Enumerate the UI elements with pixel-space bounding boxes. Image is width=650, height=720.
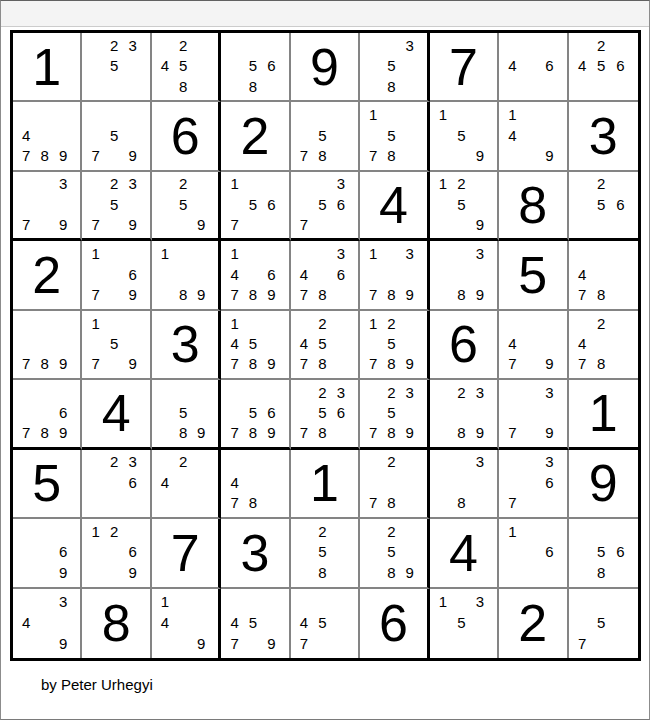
- candidate-digit: 2: [105, 174, 123, 194]
- cell-r9c5[interactable]: 457: [291, 589, 360, 658]
- candidate-digit: 9: [540, 423, 558, 443]
- cell-r3c1[interactable]: 379: [13, 172, 82, 241]
- candidate-digit: 2: [174, 452, 192, 472]
- candidate-digit: 9: [54, 145, 72, 165]
- cell-r2c6[interactable]: 1578: [360, 102, 429, 171]
- candidate-digit: 6: [54, 542, 72, 562]
- cell-r4c6[interactable]: 13789: [360, 241, 429, 310]
- given-digit: 1: [291, 450, 358, 517]
- cell-r1c9[interactable]: 2456: [569, 33, 638, 102]
- cell-r1c1[interactable]: 1: [13, 33, 82, 102]
- candidate-digit: 5: [244, 612, 262, 633]
- candidate-digit: 7: [295, 284, 313, 304]
- cell-r9c1[interactable]: 349: [13, 589, 82, 658]
- cell-r9c6[interactable]: 6: [360, 589, 429, 658]
- cell-r5c9[interactable]: 2478: [569, 311, 638, 380]
- cell-r5c5[interactable]: 24578: [291, 311, 360, 380]
- pencil-marks: 278: [360, 450, 426, 517]
- cell-r3c9[interactable]: 256: [569, 172, 638, 241]
- given-digit: 4: [82, 380, 149, 446]
- cell-r9c4[interactable]: 4579: [221, 589, 290, 658]
- pencil-marks: 1269: [82, 519, 149, 586]
- candidate-digit: 5: [382, 55, 400, 75]
- cell-r7c7[interactable]: 38: [430, 450, 499, 519]
- candidate-digit: 9: [54, 562, 72, 582]
- candidate-digit: 7: [503, 354, 521, 374]
- pencil-marks: 379: [499, 380, 566, 446]
- cell-r8c9[interactable]: 568: [569, 519, 638, 588]
- pencil-marks: 568: [569, 519, 638, 586]
- candidate-digit: 5: [313, 125, 331, 145]
- candidate-digit: 5: [244, 402, 262, 422]
- candidate-digit: 8: [174, 423, 192, 443]
- candidate-digit: 3: [471, 382, 489, 402]
- pencil-marks: 235: [82, 33, 149, 100]
- candidate-digit: 9: [54, 423, 72, 443]
- candidate-digit: 4: [156, 55, 174, 75]
- candidate-digit: 6: [332, 264, 350, 284]
- pencil-marks: 6789: [13, 380, 80, 446]
- pencil-marks: 579: [82, 102, 149, 169]
- cell-r5c6[interactable]: 125789: [360, 311, 429, 380]
- pencil-marks: 479: [499, 311, 566, 378]
- pencil-marks: 149: [152, 589, 218, 658]
- cell-r4c4[interactable]: 146789: [221, 241, 290, 310]
- cell-r3c6[interactable]: 4: [360, 172, 429, 241]
- candidate-digit: 3: [540, 452, 558, 472]
- candidate-digit: 3: [332, 243, 350, 263]
- candidate-digit: 5: [313, 402, 331, 422]
- pencil-marks: 2589: [360, 519, 426, 586]
- candidate-digit: 5: [244, 194, 262, 214]
- pencil-marks: 145789: [221, 311, 288, 378]
- cell-r6c1[interactable]: 6789: [13, 380, 82, 449]
- candidate-digit: 9: [471, 145, 489, 165]
- candidate-digit: 2: [174, 35, 192, 55]
- candidate-digit: 1: [364, 313, 382, 333]
- given-digit: 7: [430, 33, 497, 100]
- pencil-marks: 457: [291, 589, 358, 658]
- candidate-digit: 5: [174, 55, 192, 75]
- candidate-digit: 6: [540, 472, 558, 492]
- cell-r2c8[interactable]: 149: [499, 102, 568, 171]
- cell-r7c2[interactable]: 236: [82, 450, 151, 519]
- candidate-digit: 7: [17, 423, 35, 443]
- candidate-digit: 7: [364, 284, 382, 304]
- given-digit: 4: [430, 519, 497, 586]
- cell-r3c5[interactable]: 3567: [291, 172, 360, 241]
- cell-r4c7[interactable]: 389: [430, 241, 499, 310]
- given-digit: 5: [499, 241, 566, 308]
- candidate-digit: 3: [401, 35, 419, 55]
- pencil-marks: 236: [82, 450, 149, 517]
- candidate-digit: 6: [332, 194, 350, 214]
- candidate-digit: 6: [262, 264, 280, 284]
- pencil-marks: 1567: [221, 172, 288, 238]
- cell-r1c7[interactable]: 7: [430, 33, 499, 102]
- candidate-digit: 2: [313, 521, 331, 541]
- candidate-digit: 8: [174, 284, 192, 304]
- candidate-digit: 6: [611, 55, 630, 75]
- candidate-digit: 8: [592, 354, 611, 374]
- candidate-digit: 7: [225, 493, 243, 513]
- candidate-digit: 5: [105, 194, 123, 214]
- candidate-digit: 9: [401, 562, 419, 582]
- cell-r6c2[interactable]: 4: [82, 380, 151, 449]
- candidate-digit: 1: [503, 104, 521, 124]
- cell-r5c8[interactable]: 479: [499, 311, 568, 380]
- cell-r4c9[interactable]: 478: [569, 241, 638, 310]
- candidate-digit: 4: [295, 612, 313, 633]
- candidate-digit: 4: [225, 612, 243, 633]
- candidate-digit: 9: [54, 354, 72, 374]
- candidate-digit: 8: [382, 145, 400, 165]
- candidate-digit: 9: [401, 284, 419, 304]
- candidate-digit: 1: [434, 174, 452, 194]
- pencil-marks: 3567: [291, 172, 358, 238]
- candidate-digit: 5: [313, 333, 331, 353]
- candidate-digit: 7: [86, 145, 104, 165]
- cell-r4c1[interactable]: 2: [13, 241, 82, 310]
- candidate-digit: 2: [382, 313, 400, 333]
- candidate-digit: 6: [123, 542, 141, 562]
- candidate-digit: 7: [573, 633, 592, 654]
- candidate-digit: 7: [17, 354, 35, 374]
- cell-r9c7[interactable]: 135: [430, 589, 499, 658]
- cell-r9c2[interactable]: 8: [82, 589, 151, 658]
- candidate-digit: 8: [244, 76, 262, 96]
- pencil-marks: 57: [569, 589, 638, 658]
- candidate-digit: 4: [573, 333, 592, 353]
- candidate-digit: 3: [332, 174, 350, 194]
- candidate-digit: 4: [295, 333, 313, 353]
- candidate-digit: 2: [452, 174, 470, 194]
- cell-r5c3[interactable]: 3: [152, 311, 221, 380]
- candidate-digit: 5: [382, 333, 400, 353]
- candidate-digit: 9: [192, 633, 210, 654]
- cell-r2c7[interactable]: 159: [430, 102, 499, 171]
- candidate-digit: 2: [382, 452, 400, 472]
- candidate-digit: 7: [225, 423, 243, 443]
- candidate-digit: 7: [86, 214, 104, 234]
- cell-r5c1[interactable]: 789: [13, 311, 82, 380]
- cell-r4c2[interactable]: 1679: [82, 241, 151, 310]
- candidate-digit: 4: [573, 55, 592, 75]
- candidate-digit: 9: [192, 423, 210, 443]
- candidate-digit: 7: [295, 354, 313, 374]
- cell-r3c7[interactable]: 1259: [430, 172, 499, 241]
- candidate-digit: 1: [156, 243, 174, 263]
- cell-r6c6[interactable]: 235789: [360, 380, 429, 449]
- candidate-digit: 9: [540, 354, 558, 374]
- candidate-digit: 7: [364, 354, 382, 374]
- cell-r8c8[interactable]: 16: [499, 519, 568, 588]
- candidate-digit: 7: [364, 145, 382, 165]
- cell-r3c3[interactable]: 259: [152, 172, 221, 241]
- cell-r4c8[interactable]: 5: [499, 241, 568, 310]
- candidate-digit: 7: [225, 633, 243, 654]
- cell-r1c6[interactable]: 358: [360, 33, 429, 102]
- given-digit: 7: [152, 519, 218, 586]
- cell-r5c4[interactable]: 145789: [221, 311, 290, 380]
- candidate-digit: 9: [192, 214, 210, 234]
- candidate-digit: 1: [225, 174, 243, 194]
- window-frame: 1235245856893587462456478957962578157815…: [0, 0, 650, 720]
- cell-r6c9[interactable]: 1: [569, 380, 638, 449]
- cell-r1c2[interactable]: 235: [82, 33, 151, 102]
- candidate-digit: 2: [313, 382, 331, 402]
- cell-r2c4[interactable]: 2: [221, 102, 290, 171]
- candidate-digit: 7: [225, 354, 243, 374]
- cell-r5c2[interactable]: 1579: [82, 311, 151, 380]
- cell-r7c4[interactable]: 478: [221, 450, 290, 519]
- cell-r9c8[interactable]: 2: [499, 589, 568, 658]
- candidate-digit: 9: [471, 423, 489, 443]
- title-bar: [1, 1, 649, 27]
- candidate-digit: 9: [262, 354, 280, 374]
- given-digit: 3: [221, 519, 288, 586]
- cell-r1c8[interactable]: 46: [499, 33, 568, 102]
- cell-r4c5[interactable]: 34678: [291, 241, 360, 310]
- candidate-digit: 3: [123, 35, 141, 55]
- pencil-marks: 1578: [360, 102, 426, 169]
- candidate-digit: 3: [332, 382, 350, 402]
- candidate-digit: 4: [225, 472, 243, 492]
- cell-r1c4[interactable]: 568: [221, 33, 290, 102]
- cell-r8c5[interactable]: 258: [291, 519, 360, 588]
- candidate-digit: 6: [262, 402, 280, 422]
- pencil-marks: 1259: [430, 172, 497, 238]
- candidate-digit: 9: [123, 284, 141, 304]
- candidate-digit: 2: [105, 521, 123, 541]
- candidate-digit: 2: [592, 174, 611, 194]
- candidate-digit: 6: [262, 194, 280, 214]
- candidate-digit: 1: [434, 591, 452, 612]
- cell-r2c3[interactable]: 6: [152, 102, 221, 171]
- candidate-digit: 6: [540, 542, 558, 562]
- cell-r4c3[interactable]: 189: [152, 241, 221, 310]
- candidate-digit: 4: [295, 264, 313, 284]
- cell-r7c5[interactable]: 1: [291, 450, 360, 519]
- candidate-digit: 7: [364, 423, 382, 443]
- cell-r5c7[interactable]: 6: [430, 311, 499, 380]
- candidate-digit: 4: [17, 125, 35, 145]
- candidate-digit: 8: [382, 423, 400, 443]
- pencil-marks: 568: [221, 33, 288, 100]
- pencil-marks: 34678: [291, 241, 358, 308]
- candidate-digit: 8: [382, 562, 400, 582]
- pencil-marks: 2389: [430, 380, 497, 446]
- candidate-digit: 8: [244, 493, 262, 513]
- candidate-digit: 7: [503, 423, 521, 443]
- candidate-digit: 4: [503, 55, 521, 75]
- cell-r2c1[interactable]: 4789: [13, 102, 82, 171]
- pencil-marks: 578: [291, 102, 358, 169]
- candidate-digit: 2: [592, 35, 611, 55]
- candidate-digit: 3: [471, 452, 489, 472]
- candidate-digit: 8: [382, 284, 400, 304]
- candidate-digit: 1: [364, 104, 382, 124]
- candidate-digit: 2: [174, 174, 192, 194]
- candidate-digit: 9: [54, 633, 72, 654]
- candidate-digit: 9: [54, 214, 72, 234]
- pencil-marks: 23579: [82, 172, 149, 238]
- given-digit: 8: [499, 172, 566, 238]
- pencil-marks: 1579: [82, 311, 149, 378]
- cell-r3c4[interactable]: 1567: [221, 172, 290, 241]
- candidate-digit: 3: [471, 243, 489, 263]
- candidate-digit: 5: [174, 194, 192, 214]
- candidate-digit: 9: [262, 633, 280, 654]
- pencil-marks: 4579: [221, 589, 288, 658]
- candidate-digit: 7: [503, 493, 521, 513]
- cell-r6c7[interactable]: 2389: [430, 380, 499, 449]
- candidate-digit: 2: [452, 382, 470, 402]
- cell-r7c9[interactable]: 9: [569, 450, 638, 519]
- candidate-digit: 8: [35, 354, 53, 374]
- candidate-digit: 9: [123, 562, 141, 582]
- cell-r8c1[interactable]: 69: [13, 519, 82, 588]
- candidate-digit: 1: [225, 313, 243, 333]
- given-digit: 9: [569, 450, 638, 517]
- pencil-marks: 38: [430, 450, 497, 517]
- candidate-digit: 7: [86, 284, 104, 304]
- candidate-digit: 5: [382, 125, 400, 145]
- candidate-digit: 9: [192, 284, 210, 304]
- candidate-digit: 6: [611, 542, 630, 562]
- candidate-digit: 8: [35, 423, 53, 443]
- candidate-digit: 8: [382, 493, 400, 513]
- pencil-marks: 1679: [82, 241, 149, 308]
- pencil-marks: 789: [13, 311, 80, 378]
- candidate-digit: 7: [295, 633, 313, 654]
- given-digit: 6: [430, 311, 497, 378]
- cell-r8c6[interactable]: 2589: [360, 519, 429, 588]
- candidate-digit: 5: [592, 542, 611, 562]
- given-digit: 3: [152, 311, 218, 378]
- candidate-digit: 2: [105, 35, 123, 55]
- cell-r6c3[interactable]: 589: [152, 380, 221, 449]
- pencil-marks: 2458: [152, 33, 218, 100]
- cell-r3c2[interactable]: 23579: [82, 172, 151, 241]
- candidate-digit: 9: [471, 214, 489, 234]
- candidate-digit: 6: [540, 55, 558, 75]
- candidate-digit: 5: [592, 612, 611, 633]
- pencil-marks: 69: [13, 519, 80, 586]
- candidate-digit: 1: [86, 521, 104, 541]
- given-digit: 4: [360, 172, 426, 238]
- pencil-marks: 46: [499, 33, 566, 100]
- pencil-marks: 24: [152, 450, 218, 517]
- given-digit: 6: [152, 102, 218, 169]
- candidate-digit: 9: [262, 423, 280, 443]
- pencil-marks: 4789: [13, 102, 80, 169]
- pencil-marks: 389: [430, 241, 497, 308]
- cell-r8c3[interactable]: 7: [152, 519, 221, 588]
- candidate-digit: 9: [123, 214, 141, 234]
- candidate-digit: 3: [401, 243, 419, 263]
- candidate-digit: 8: [313, 354, 331, 374]
- cell-r8c4[interactable]: 3: [221, 519, 290, 588]
- candidate-digit: 5: [382, 402, 400, 422]
- pencil-marks: 189: [152, 241, 218, 308]
- candidate-digit: 5: [382, 542, 400, 562]
- candidate-digit: 7: [225, 214, 243, 234]
- cell-r7c6[interactable]: 278: [360, 450, 429, 519]
- candidate-digit: 5: [105, 125, 123, 145]
- candidate-digit: 4: [503, 125, 521, 145]
- candidate-digit: 6: [123, 472, 141, 492]
- pencil-marks: 24578: [291, 311, 358, 378]
- candidate-digit: 7: [86, 354, 104, 374]
- cell-r2c5[interactable]: 578: [291, 102, 360, 171]
- candidate-digit: 7: [295, 423, 313, 443]
- candidate-digit: 5: [592, 194, 611, 214]
- cell-r2c9[interactable]: 3: [569, 102, 638, 171]
- cell-r7c3[interactable]: 24: [152, 450, 221, 519]
- pencil-marks: 259: [152, 172, 218, 238]
- candidate-digit: 9: [262, 284, 280, 304]
- pencil-marks: 367: [499, 450, 566, 517]
- candidate-digit: 8: [35, 145, 53, 165]
- candidate-digit: 8: [592, 284, 611, 304]
- cell-r7c1[interactable]: 5: [13, 450, 82, 519]
- candidate-digit: 5: [105, 55, 123, 75]
- candidate-digit: 5: [174, 402, 192, 422]
- pencil-marks: 2478: [569, 311, 638, 378]
- candidate-digit: 7: [573, 354, 592, 374]
- cell-r9c9[interactable]: 57: [569, 589, 638, 658]
- given-digit: 2: [499, 589, 566, 658]
- candidate-digit: 8: [244, 354, 262, 374]
- candidate-digit: 8: [174, 76, 192, 96]
- pencil-marks: 159: [430, 102, 497, 169]
- cell-r3c8[interactable]: 8: [499, 172, 568, 241]
- cell-r8c7[interactable]: 4: [430, 519, 499, 588]
- cell-r6c4[interactable]: 56789: [221, 380, 290, 449]
- pencil-marks: 135: [430, 589, 497, 658]
- candidate-digit: 8: [452, 423, 470, 443]
- candidate-digit: 3: [401, 382, 419, 402]
- candidate-digit: 9: [401, 354, 419, 374]
- candidate-digit: 6: [262, 55, 280, 75]
- given-digit: 8: [82, 589, 149, 658]
- cell-r7c8[interactable]: 367: [499, 450, 568, 519]
- candidate-digit: 5: [313, 194, 331, 214]
- cell-r1c5[interactable]: 9: [291, 33, 360, 102]
- candidate-digit: 1: [225, 243, 243, 263]
- cell-r6c5[interactable]: 235678: [291, 380, 360, 449]
- candidate-digit: 4: [156, 612, 174, 633]
- cell-r1c3[interactable]: 2458: [152, 33, 221, 102]
- cell-r2c2[interactable]: 579: [82, 102, 151, 171]
- candidate-digit: 1: [86, 243, 104, 263]
- cell-r6c8[interactable]: 379: [499, 380, 568, 449]
- candidate-digit: 4: [503, 333, 521, 353]
- candidate-digit: 6: [123, 264, 141, 284]
- candidate-digit: 6: [54, 402, 72, 422]
- cell-r9c3[interactable]: 149: [152, 589, 221, 658]
- sudoku-board: 1235245856893587462456478957962578157815…: [10, 30, 641, 661]
- candidate-digit: 2: [382, 521, 400, 541]
- candidate-digit: 7: [295, 145, 313, 165]
- pencil-marks: 235789: [360, 380, 426, 446]
- candidate-digit: 3: [540, 382, 558, 402]
- pencil-marks: 589: [152, 380, 218, 446]
- given-digit: 6: [360, 589, 426, 658]
- cell-r8c2[interactable]: 1269: [82, 519, 151, 588]
- candidate-digit: 7: [573, 284, 592, 304]
